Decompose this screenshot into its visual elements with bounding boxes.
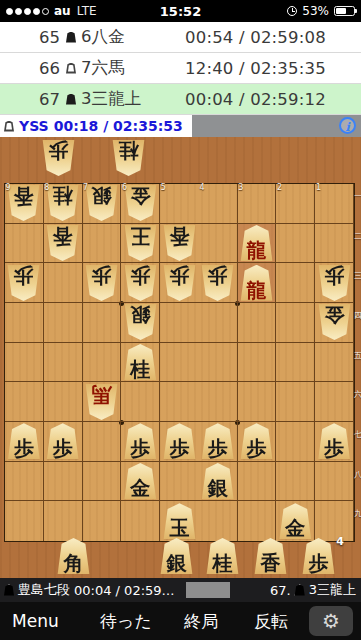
shogi-piece[interactable]: 歩 [201,265,234,301]
board-cell[interactable] [276,224,315,264]
battery-icon [334,6,355,16]
board-cell[interactable] [83,303,122,343]
board-cell[interactable] [83,501,122,541]
rank-label: 四 [354,310,361,321]
board-cell[interactable]: 歩 [5,422,44,462]
move-text: 6八金 [81,26,185,48]
board-cell[interactable] [83,224,122,264]
move-row[interactable]: 66 7六馬 12:40 / 02:35:35 [0,53,361,84]
file-label: 4 [200,183,205,192]
board-cell[interactable]: 香 [44,224,83,264]
file-label: 3 [238,183,243,192]
status-bar: au LTE 15:52 53% [0,0,361,22]
board-cell[interactable]: 歩 [5,263,44,303]
player-time: 00:04 / 02:59… [74,583,175,598]
board-cell[interactable]: 王 [121,224,160,264]
board-cell[interactable]: 銀 [83,184,122,224]
file-label: 5 [161,183,166,192]
hand-piece[interactable]: 桂 [112,140,145,176]
board-cell[interactable]: 龍 [238,263,277,303]
board-cell[interactable]: 金 [315,303,354,343]
board-cell[interactable] [44,501,83,541]
shogi-piece[interactable]: 歩 [124,265,157,301]
board-cell[interactable] [276,184,315,224]
board-cell[interactable]: 香 [160,224,199,264]
board-cell[interactable] [315,382,354,422]
shogi-piece[interactable]: 歩 [85,265,118,301]
board-cell[interactable] [315,462,354,502]
shogi-piece[interactable]: 歩 [46,423,79,459]
hand-piece[interactable]: 桂 [206,538,239,574]
board-cell[interactable] [160,382,199,422]
shogi-piece[interactable]: 金 [318,304,351,340]
shogi-piece[interactable]: 歩 [318,265,351,301]
file-label: 1 [316,183,321,192]
board-cell[interactable] [5,343,44,383]
board-cell[interactable]: 歩 [83,263,122,303]
board-cell[interactable] [83,343,122,383]
shogi-piece[interactable]: 歩 [124,423,157,459]
hand-piece[interactable]: 角 [57,538,90,574]
board-cell[interactable]: 歩 [199,263,238,303]
board-cell[interactable]: 玉 [160,501,199,541]
board-cell[interactable] [121,501,160,541]
board-cell[interactable]: 銀 [199,462,238,502]
sente-mark-icon [4,585,14,596]
board-cell[interactable] [315,343,354,383]
shogi-app-screen: au LTE 15:52 53% 65 6八金 00:54 / 02:59:08… [0,0,361,640]
rank-label: 七 [354,429,361,440]
player-clock-bar: 豊島七段 00:04 / 02:59… 67. 3三龍上 [0,578,361,602]
flip-board-button[interactable]: 反転 [254,602,288,640]
file-label: 9 [6,183,11,192]
board-cell[interactable]: 歩 [199,422,238,462]
engine-clock: YSS 00:18 / 02:35:53 [0,115,192,137]
board-cell[interactable]: 歩 [315,422,354,462]
shogi-piece[interactable]: 歩 [201,423,234,459]
board-cell[interactable]: 歩 [238,422,277,462]
shogi-piece[interactable]: 歩 [163,423,196,459]
shogi-piece[interactable]: 玉 [163,503,196,539]
rank-label: 二 [354,231,361,242]
board-cell[interactable]: 馬 [83,382,122,422]
shogi-piece[interactable]: 歩 [7,265,40,301]
current-move-text: 3三龍上 [309,581,356,599]
shogi-piece: 銀 [160,538,193,574]
player-name: 豊島七段 [18,581,70,599]
end-game-button[interactable]: 終局 [184,602,218,640]
settings-button[interactable]: ⚙ [309,606,353,636]
shogi-piece[interactable]: 龍 [240,265,273,301]
board-cell[interactable] [44,382,83,422]
rank-label: 八 [354,469,361,480]
board-cell[interactable] [315,224,354,264]
board-cell[interactable] [276,462,315,502]
board-cell[interactable]: 歩 [121,263,160,303]
board-cell[interactable] [199,501,238,541]
progress-chip [186,582,230,598]
shogi-piece[interactable]: 金 [124,185,157,221]
move-row[interactable]: 65 6八金 00:54 / 02:59:08 [0,22,361,53]
shogi-piece[interactable]: 金 [279,503,312,539]
board-cell[interactable] [83,422,122,462]
board-cell[interactable] [160,462,199,502]
shogi-piece: 香 [254,538,287,574]
shogi-board-grid: 香桂銀金香王香龍歩歩歩歩歩龍歩銀金桂馬歩歩歩歩歩歩歩金銀玉金 [4,183,355,542]
alarm-clock-icon [287,6,297,16]
board-cell[interactable] [44,263,83,303]
shogi-piece[interactable]: 歩 [163,265,196,301]
hand-piece[interactable]: 銀 [160,538,193,574]
shogi-piece: 歩 [302,538,335,574]
move-time: 12:40 / 02:35:35 [185,59,326,78]
board-cell[interactable] [276,382,315,422]
board-cell[interactable] [315,501,354,541]
shogi-piece[interactable]: 龍 [240,225,273,261]
board-cell[interactable] [238,382,277,422]
battery-percent: 53% [302,4,329,18]
board-cell[interactable]: 桂 [44,184,83,224]
shogi-piece: 歩 [42,140,75,176]
move-number: 67 [30,90,60,109]
board-cell[interactable]: 歩 [44,422,83,462]
board-cell[interactable] [315,184,354,224]
move-number: 65 [30,28,60,47]
shogi-piece[interactable]: 銀 [85,185,118,221]
shogi-piece: 角 [57,538,90,574]
move-text: 7六馬 [81,57,185,79]
shogi-piece[interactable]: 桂 [46,185,79,221]
move-number: 66 [30,59,60,78]
board-cell[interactable] [5,303,44,343]
board-cell[interactable]: 桂 [121,343,160,383]
board-cell[interactable] [199,343,238,383]
board-cell[interactable] [276,303,315,343]
board-cell[interactable] [238,303,277,343]
current-move-number: 67. [270,583,291,598]
board-cell[interactable] [5,501,44,541]
gote-mark-icon [4,121,14,132]
board-cell[interactable]: 金 [121,184,160,224]
board-cell[interactable] [276,263,315,303]
shogi-piece[interactable]: 王 [124,225,157,261]
gote-mark-icon [66,63,76,74]
gear-icon: ⚙ [322,609,340,633]
menu-bar: Menu 待った 終局 反転 ⚙ [0,602,361,640]
shogi-piece[interactable]: 桂 [124,344,157,380]
shogi-piece: 桂 [206,538,239,574]
menu-button[interactable]: Menu [12,602,59,640]
shogi-piece[interactable]: 歩 [7,423,40,459]
file-label: 7 [83,183,88,192]
hand-piece[interactable]: 歩 [42,140,75,176]
engine-progress-bar: YSS 00:18 / 02:35:53 i [0,115,361,137]
board-cell[interactable] [5,382,44,422]
board-cell[interactable] [238,462,277,502]
board-cell[interactable] [238,501,277,541]
board-cell[interactable] [199,224,238,264]
board-cell[interactable]: 歩 [121,422,160,462]
sente-mark-icon [295,585,305,596]
hand-piece[interactable]: 歩4 [302,538,335,574]
board-cell[interactable]: 龍 [238,224,277,264]
board-cell[interactable] [121,382,160,422]
rank-label: 一 [354,191,361,202]
shogi-piece[interactable]: 歩 [240,423,273,459]
board-cell[interactable]: 金 [276,501,315,541]
undo-button[interactable]: 待った [100,602,152,640]
rank-label: 九 [354,508,361,519]
shogi-piece[interactable]: 金 [124,463,157,499]
sente-mark-icon [66,94,76,105]
shogi-piece[interactable]: 香 [163,225,196,261]
board-cell[interactable]: 歩 [160,422,199,462]
board-cell[interactable]: 歩 [160,263,199,303]
sente-mark-icon [66,32,76,43]
shogi-piece[interactable]: 銀 [124,304,157,340]
board-cell[interactable] [276,422,315,462]
board-cell[interactable] [5,462,44,502]
shogi-piece[interactable]: 香 [46,225,79,261]
rank-label: 三 [354,270,361,281]
rank-label: 六 [354,389,361,400]
board-cell[interactable] [44,303,83,343]
file-label: 6 [122,183,127,192]
board-cell[interactable] [199,382,238,422]
board-cell[interactable] [238,184,277,224]
board-cell[interactable] [238,343,277,383]
shogi-piece[interactable]: 香 [7,185,40,221]
board-cell[interactable] [160,303,199,343]
file-label: 8 [44,183,49,192]
shogi-piece: 桂 [112,140,145,176]
move-row-current[interactable]: 67 3三龍上 00:04 / 02:59:12 [0,84,361,115]
engine-name: YSS [19,118,49,134]
info-icon[interactable]: i [339,117,356,134]
shogi-piece[interactable]: 歩 [318,423,351,459]
board-cell[interactable] [199,303,238,343]
board-cell[interactable]: 歩 [315,263,354,303]
shogi-piece[interactable]: 銀 [201,463,234,499]
shogi-board-area: 歩桂 香桂銀金香王香龍歩歩歩歩歩龍歩銀金桂馬歩歩歩歩歩歩歩金銀玉金 987654… [0,137,361,578]
board-cell[interactable]: 銀 [121,303,160,343]
move-time: 00:04 / 02:59:12 [185,90,326,109]
hand-piece[interactable]: 香 [254,538,287,574]
file-label: 2 [277,183,282,192]
board-cell[interactable] [44,462,83,502]
move-text: 3三龍上 [81,88,185,110]
board-cell[interactable]: 金 [121,462,160,502]
hand-piece-count: 4 [336,535,344,548]
move-list: 65 6八金 00:54 / 02:59:08 66 7六馬 12:40 / 0… [0,22,361,115]
board-cell[interactable] [5,224,44,264]
shogi-piece[interactable]: 馬 [85,384,118,420]
board-cell[interactable] [44,343,83,383]
board-cell[interactable] [160,343,199,383]
engine-time: 00:18 / 02:35:53 [54,118,183,134]
move-time: 00:54 / 02:59:08 [185,28,326,47]
rank-label: 五 [354,350,361,361]
board-cell[interactable] [83,462,122,502]
board-cell[interactable] [276,343,315,383]
